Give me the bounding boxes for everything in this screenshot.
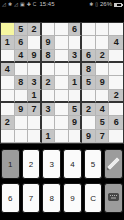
cell-r4c3[interactable] bbox=[28, 63, 42, 76]
cell-r4c5[interactable] bbox=[55, 63, 69, 76]
cell-r1c2[interactable]: 5 bbox=[15, 23, 29, 36]
key-2[interactable]: 2 bbox=[22, 149, 41, 179]
cell-r6c2[interactable] bbox=[15, 90, 29, 103]
cell-r7c4[interactable]: 3 bbox=[42, 103, 56, 116]
cell-r4c1[interactable]: 4 bbox=[1, 63, 15, 76]
key-5[interactable]: 5 bbox=[84, 149, 103, 179]
cell-r3c9[interactable] bbox=[109, 50, 123, 63]
cell-r1c5[interactable] bbox=[55, 23, 69, 36]
sudoku-grid[interactable]: 526169449836248832159129735242956197 bbox=[0, 22, 124, 144]
cell-r8c1[interactable]: 2 bbox=[1, 116, 15, 129]
cell-r5c9[interactable] bbox=[109, 76, 123, 89]
cell-r2c7[interactable] bbox=[82, 36, 96, 49]
cell-r6c6[interactable] bbox=[69, 90, 83, 103]
cell-r7c7[interactable]: 2 bbox=[82, 103, 96, 116]
vibrate-icon: ▯ bbox=[95, 0, 98, 9]
battery-icon bbox=[114, 3, 122, 7]
cell-r6c1[interactable] bbox=[1, 90, 15, 103]
key-1[interactable]: 1 bbox=[1, 149, 20, 179]
cell-r2c2[interactable]: 6 bbox=[15, 36, 29, 49]
cell-r5c6[interactable]: 1 bbox=[69, 76, 83, 89]
cell-r9c3[interactable] bbox=[28, 130, 42, 143]
cell-r5c8[interactable]: 9 bbox=[96, 76, 110, 89]
key-6[interactable]: 6 bbox=[1, 183, 20, 213]
cell-r6c7[interactable] bbox=[82, 90, 96, 103]
cell-r7c1[interactable] bbox=[1, 103, 15, 116]
cell-r3c2[interactable]: 4 bbox=[15, 50, 29, 63]
cell-r9c4[interactable]: 1 bbox=[42, 130, 56, 143]
cell-r8c5[interactable] bbox=[55, 116, 69, 129]
pencil-icon bbox=[106, 156, 121, 173]
keypad-row-1: 1 2 3 4 5 bbox=[1, 149, 123, 179]
cell-r2c9[interactable]: 4 bbox=[109, 36, 123, 49]
cell-r7c9[interactable] bbox=[109, 103, 123, 116]
cell-r1c9[interactable] bbox=[109, 23, 123, 36]
cell-r3c6[interactable]: 3 bbox=[69, 50, 83, 63]
cell-r4c6[interactable] bbox=[69, 63, 83, 76]
cell-r1c7[interactable] bbox=[82, 23, 96, 36]
key-7[interactable]: 7 bbox=[22, 183, 41, 213]
cell-r7c2[interactable]: 9 bbox=[15, 103, 29, 116]
plus-icon: ✚ bbox=[27, 0, 31, 9]
cell-r2c8[interactable] bbox=[96, 36, 110, 49]
cell-r5c2[interactable]: 8 bbox=[15, 76, 29, 89]
keypad-row-2: 6 7 8 9 C bbox=[1, 183, 123, 213]
cell-r6c4[interactable] bbox=[42, 90, 56, 103]
cell-r2c6[interactable] bbox=[69, 36, 83, 49]
notification-icon-1: ◿ bbox=[2, 0, 6, 9]
cell-r6c5[interactable] bbox=[55, 90, 69, 103]
cell-r4c4[interactable] bbox=[42, 63, 56, 76]
cell-r1c4[interactable] bbox=[42, 23, 56, 36]
key-3[interactable]: 3 bbox=[42, 149, 61, 179]
cell-r3c8[interactable]: 2 bbox=[96, 50, 110, 63]
cell-r7c8[interactable]: 4 bbox=[96, 103, 110, 116]
cell-r4c9[interactable] bbox=[109, 63, 123, 76]
cell-r5c1[interactable] bbox=[1, 76, 15, 89]
cell-r8c9[interactable]: 6 bbox=[109, 116, 123, 129]
cell-r8c6[interactable]: 9 bbox=[69, 116, 83, 129]
cell-r1c1[interactable] bbox=[1, 23, 15, 36]
cell-r1c6[interactable]: 6 bbox=[69, 23, 83, 36]
cell-r6c8[interactable] bbox=[96, 90, 110, 103]
cell-r8c8[interactable]: 5 bbox=[96, 116, 110, 129]
star-icon: ✱ bbox=[8, 0, 12, 9]
cell-r3c7[interactable]: 6 bbox=[82, 50, 96, 63]
key-clear[interactable]: C bbox=[84, 183, 103, 213]
cell-r8c7[interactable] bbox=[82, 116, 96, 129]
cell-r3c3[interactable]: 9 bbox=[28, 50, 42, 63]
charging-icon: C bbox=[33, 0, 37, 9]
cell-r1c3[interactable]: 2 bbox=[28, 23, 42, 36]
cell-r3c1[interactable] bbox=[1, 50, 15, 63]
cell-r7c6[interactable]: 5 bbox=[69, 103, 83, 116]
key-4[interactable]: 4 bbox=[63, 149, 82, 179]
cell-r5c5[interactable] bbox=[55, 76, 69, 89]
key-8[interactable]: 8 bbox=[42, 183, 61, 213]
cell-r7c3[interactable]: 7 bbox=[28, 103, 42, 116]
cell-r9c7[interactable]: 9 bbox=[82, 130, 96, 143]
cell-r5c3[interactable]: 3 bbox=[28, 76, 42, 89]
notification-icon-2: ◿ bbox=[14, 0, 18, 9]
cell-r3c5[interactable] bbox=[55, 50, 69, 63]
cell-r9c1[interactable] bbox=[1, 130, 15, 143]
cell-r5c4[interactable]: 2 bbox=[42, 76, 56, 89]
cell-r9c6[interactable] bbox=[69, 130, 83, 143]
status-time: 15:45 bbox=[39, 0, 54, 9]
cell-r8c4[interactable] bbox=[42, 116, 56, 129]
cell-r2c3[interactable] bbox=[28, 36, 42, 49]
cell-r6c3[interactable]: 1 bbox=[28, 90, 42, 103]
keypad: 1 2 3 4 5 6 7 8 9 C bbox=[1, 149, 123, 213]
cell-r5c7[interactable]: 5 bbox=[82, 76, 96, 89]
cell-r2c4[interactable]: 9 bbox=[42, 36, 56, 49]
battery-percent: 26% bbox=[100, 0, 112, 9]
pencil-button[interactable] bbox=[104, 149, 123, 179]
cell-r6c9[interactable]: 2 bbox=[109, 90, 123, 103]
cell-r4c8[interactable] bbox=[96, 63, 110, 76]
sim-icon: ▣ bbox=[20, 0, 25, 9]
cell-r9c2[interactable] bbox=[15, 130, 29, 143]
cell-r4c7[interactable]: 8 bbox=[82, 63, 96, 76]
cell-r1c8[interactable] bbox=[96, 23, 110, 36]
status-bar: ◿ ✱ ◿ ▣ ✚ C 15:45 ✱ ▯ 26% bbox=[0, 0, 124, 9]
cell-r9c8[interactable]: 7 bbox=[96, 130, 110, 143]
cell-r2c1[interactable]: 1 bbox=[1, 36, 15, 49]
cell-r2c5[interactable] bbox=[55, 36, 69, 49]
cell-r8c2[interactable] bbox=[15, 116, 29, 129]
keyboard-icon bbox=[108, 193, 119, 203]
cell-r9c5[interactable] bbox=[55, 130, 69, 143]
cell-r7c5[interactable] bbox=[55, 103, 69, 116]
cell-r4c2[interactable] bbox=[15, 63, 29, 76]
key-9[interactable]: 9 bbox=[63, 183, 82, 213]
keyboard-button[interactable] bbox=[104, 183, 123, 213]
cell-r9c9[interactable] bbox=[109, 130, 123, 143]
cell-r3c4[interactable]: 8 bbox=[42, 50, 56, 63]
alarm-icon: ✱ bbox=[89, 0, 93, 9]
cell-r8c3[interactable] bbox=[28, 116, 42, 129]
